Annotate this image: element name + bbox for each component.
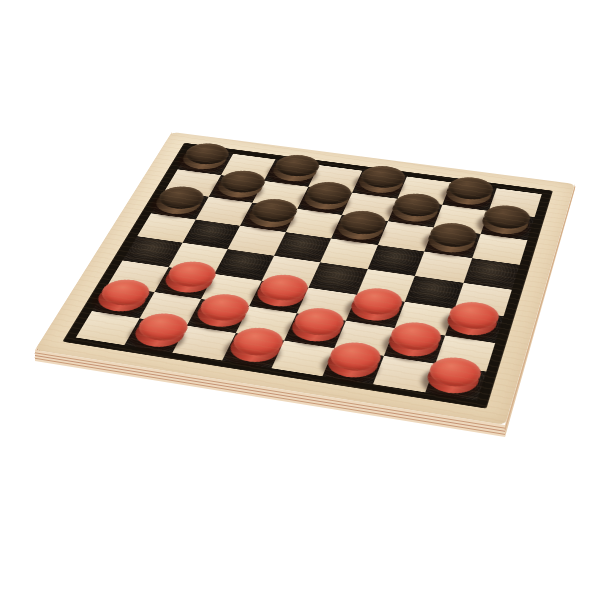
piece-dark-g6[interactable] <box>423 228 477 257</box>
piece-dark-g8[interactable] <box>442 182 494 209</box>
board-grid <box>76 148 542 400</box>
piece-dark-e8[interactable] <box>354 170 406 197</box>
scene <box>0 0 600 600</box>
piece-dark-e6[interactable] <box>332 215 386 244</box>
